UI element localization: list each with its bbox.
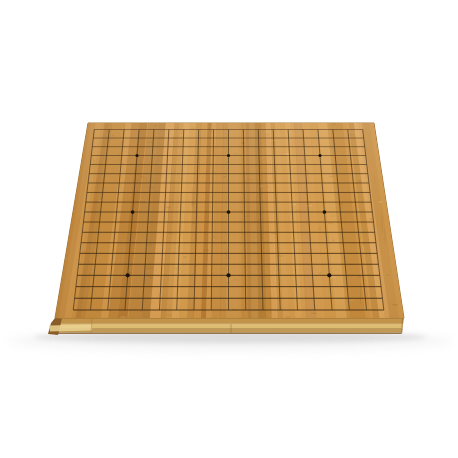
- star-point: [226, 273, 230, 277]
- product-photo: [0, 0, 458, 458]
- go-board: [0, 0, 458, 458]
- star-point: [227, 154, 230, 157]
- board-edge: [48, 318, 404, 335]
- star-point: [318, 154, 321, 157]
- star-point: [126, 273, 130, 277]
- star-point: [227, 210, 231, 214]
- star-point: [131, 210, 135, 214]
- wood-texture: [55, 123, 404, 318]
- star-point: [323, 210, 327, 214]
- star-point: [327, 273, 331, 277]
- star-point: [135, 154, 138, 157]
